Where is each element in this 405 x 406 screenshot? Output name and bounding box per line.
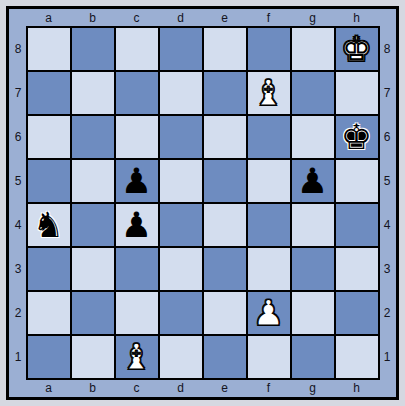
file-label-b: b [72, 381, 114, 395]
square-a5[interactable] [28, 160, 70, 202]
square-b4[interactable] [72, 204, 114, 246]
white-bishop[interactable]: ♝ [253, 76, 284, 111]
rank-label-8: 8 [11, 28, 26, 70]
square-a8[interactable] [28, 28, 70, 70]
square-g3[interactable] [292, 248, 334, 290]
square-h1[interactable] [336, 336, 378, 378]
right-ranks-band: 87654321 [380, 26, 395, 380]
square-f6[interactable] [248, 116, 290, 158]
square-g5[interactable]: ♟ [292, 160, 334, 202]
black-knight[interactable]: ♞ [33, 208, 64, 243]
square-d6[interactable] [160, 116, 202, 158]
white-king[interactable]: ♚ [341, 32, 372, 67]
file-label-h: h [336, 11, 378, 25]
file-label-e: e [204, 11, 246, 25]
square-g8[interactable] [292, 28, 334, 70]
square-g6[interactable] [292, 116, 334, 158]
square-d2[interactable] [160, 292, 202, 334]
square-b7[interactable] [72, 72, 114, 114]
board-frame: abcdefgh 87654321 ♚♝♚♟♟♞♟♟♝ 87654321 abc… [6, 6, 399, 400]
rank-label-5: 5 [11, 160, 26, 202]
square-c1[interactable]: ♝ [116, 336, 158, 378]
square-h8[interactable]: ♚ [336, 28, 378, 70]
file-label-a: a [28, 381, 70, 395]
square-f7[interactable]: ♝ [248, 72, 290, 114]
square-f8[interactable] [248, 28, 290, 70]
square-f1[interactable] [248, 336, 290, 378]
chess-board: ♚♝♚♟♟♞♟♟♝ [26, 26, 380, 380]
rank-label-4: 4 [380, 204, 395, 246]
square-e8[interactable] [204, 28, 246, 70]
square-e2[interactable] [204, 292, 246, 334]
square-h5[interactable] [336, 160, 378, 202]
square-e1[interactable] [204, 336, 246, 378]
square-b6[interactable] [72, 116, 114, 158]
square-g7[interactable] [292, 72, 334, 114]
square-g4[interactable] [292, 204, 334, 246]
square-d4[interactable] [160, 204, 202, 246]
square-e3[interactable] [204, 248, 246, 290]
bottom-files-band: abcdefgh [26, 380, 380, 396]
square-a1[interactable] [28, 336, 70, 378]
file-label-f: f [248, 11, 290, 25]
square-a2[interactable] [28, 292, 70, 334]
square-b5[interactable] [72, 160, 114, 202]
file-label-f: f [248, 381, 290, 395]
square-c4[interactable]: ♟ [116, 204, 158, 246]
white-bishop[interactable]: ♝ [121, 340, 152, 375]
square-a7[interactable] [28, 72, 70, 114]
square-h2[interactable] [336, 292, 378, 334]
square-a6[interactable] [28, 116, 70, 158]
file-label-c: c [116, 381, 158, 395]
square-c6[interactable] [116, 116, 158, 158]
file-label-d: d [160, 381, 202, 395]
square-d3[interactable] [160, 248, 202, 290]
black-pawn[interactable]: ♟ [121, 164, 152, 199]
rank-label-3: 3 [11, 248, 26, 290]
square-f2[interactable]: ♟ [248, 292, 290, 334]
square-a3[interactable] [28, 248, 70, 290]
square-d5[interactable] [160, 160, 202, 202]
file-label-a: a [28, 11, 70, 25]
rank-label-7: 7 [380, 72, 395, 114]
rank-label-2: 2 [380, 292, 395, 334]
square-b2[interactable] [72, 292, 114, 334]
rank-label-5: 5 [380, 160, 395, 202]
square-a4[interactable]: ♞ [28, 204, 70, 246]
file-label-d: d [160, 11, 202, 25]
square-e6[interactable] [204, 116, 246, 158]
top-files-band: abcdefgh [26, 10, 380, 26]
square-c8[interactable] [116, 28, 158, 70]
file-label-g: g [292, 11, 334, 25]
square-g1[interactable] [292, 336, 334, 378]
rank-label-2: 2 [11, 292, 26, 334]
square-c5[interactable]: ♟ [116, 160, 158, 202]
square-e4[interactable] [204, 204, 246, 246]
square-f5[interactable] [248, 160, 290, 202]
square-c7[interactable] [116, 72, 158, 114]
square-h7[interactable] [336, 72, 378, 114]
black-king[interactable]: ♚ [341, 120, 372, 155]
white-pawn[interactable]: ♟ [253, 296, 284, 331]
square-h3[interactable] [336, 248, 378, 290]
square-h4[interactable] [336, 204, 378, 246]
square-f4[interactable] [248, 204, 290, 246]
rank-label-8: 8 [380, 28, 395, 70]
square-d8[interactable] [160, 28, 202, 70]
rank-label-7: 7 [11, 72, 26, 114]
square-g2[interactable] [292, 292, 334, 334]
rank-label-1: 1 [11, 336, 26, 378]
square-h6[interactable]: ♚ [336, 116, 378, 158]
rank-label-1: 1 [380, 336, 395, 378]
square-c3[interactable] [116, 248, 158, 290]
chess-diagram: abcdefgh 87654321 ♚♝♚♟♟♞♟♟♝ 87654321 abc… [0, 0, 405, 406]
file-label-b: b [72, 11, 114, 25]
file-label-h: h [336, 381, 378, 395]
square-d1[interactable] [160, 336, 202, 378]
square-b1[interactable] [72, 336, 114, 378]
left-ranks-band: 87654321 [11, 26, 26, 380]
square-b3[interactable] [72, 248, 114, 290]
square-e7[interactable] [204, 72, 246, 114]
board-row: 87654321 ♚♝♚♟♟♞♟♟♝ 87654321 [11, 26, 395, 380]
rank-label-6: 6 [11, 116, 26, 158]
rank-label-3: 3 [380, 248, 395, 290]
file-label-g: g [292, 381, 334, 395]
square-f3[interactable] [248, 248, 290, 290]
square-e5[interactable] [204, 160, 246, 202]
square-c2[interactable] [116, 292, 158, 334]
square-b8[interactable] [72, 28, 114, 70]
rank-label-6: 6 [380, 116, 395, 158]
file-label-e: e [204, 381, 246, 395]
rank-label-4: 4 [11, 204, 26, 246]
file-label-c: c [116, 11, 158, 25]
black-pawn[interactable]: ♟ [297, 164, 328, 199]
black-pawn[interactable]: ♟ [121, 208, 152, 243]
square-d7[interactable] [160, 72, 202, 114]
